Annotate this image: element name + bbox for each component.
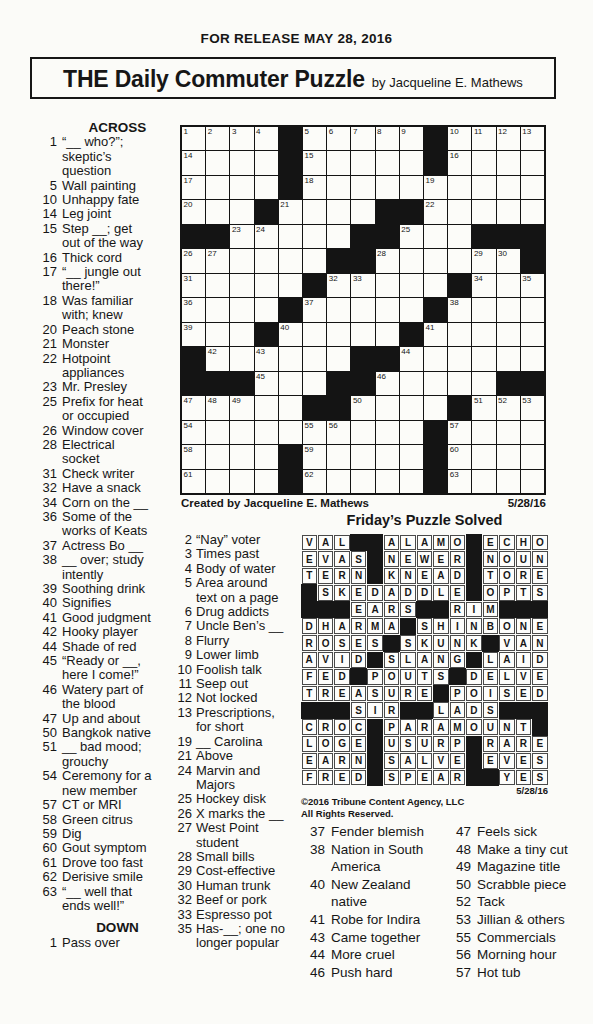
cell-r4c8[interactable] (351, 200, 374, 223)
clue-number: 25 (174, 792, 196, 806)
cell-r7c14[interactable] (497, 274, 520, 297)
clue-number: 40 (300, 876, 331, 911)
cell-r9c12[interactable] (448, 323, 471, 346)
solved-cell-r11c6: R (384, 702, 399, 718)
cell-r3c10[interactable] (400, 176, 423, 199)
cell-r7c3[interactable] (230, 274, 253, 297)
clue-14: 14Leg joint (33, 207, 180, 221)
solved-cell-r6c9: H (433, 618, 448, 634)
solved-block-r11c7 (400, 702, 416, 719)
cell-r10c11[interactable] (424, 347, 447, 370)
clue-59: 59Dig (33, 827, 180, 841)
solved-cell-r12c12: U (483, 719, 498, 735)
cell-r10c14[interactable] (497, 347, 520, 370)
cell-r10c15[interactable] (521, 347, 544, 370)
cell-r7c5[interactable] (279, 274, 302, 297)
cell-r8c14[interactable] (497, 298, 520, 321)
cell-r4c2[interactable] (206, 200, 229, 223)
cell-r10c13[interactable] (472, 347, 495, 370)
cell-r15c1[interactable]: 61 (182, 470, 205, 493)
cell-r5c11[interactable] (424, 225, 447, 248)
cell-r9c11[interactable]: 41 (424, 323, 447, 346)
solved-cell-r10c6: U (384, 686, 399, 702)
solved-cell-r3c9: A (433, 568, 448, 584)
cell-number: 59 (305, 445, 314, 455)
cell-r6c3[interactable] (230, 249, 253, 272)
cell-r12c2[interactable]: 48 (206, 396, 229, 419)
cell-r2c13[interactable] (472, 151, 495, 174)
clue-number: 51 (33, 740, 62, 769)
cell-r4c7[interactable] (327, 200, 350, 223)
cell-r9c9[interactable] (376, 323, 399, 346)
solved-cell-r14c14: E (516, 753, 531, 769)
cell-r13c7[interactable]: 56 (327, 421, 350, 444)
cell-number: 60 (450, 445, 459, 455)
cell-r13c5[interactable] (279, 421, 302, 444)
cell-r6c4[interactable] (255, 249, 278, 272)
clue-number: 58 (33, 813, 62, 827)
cell-r15c9[interactable] (376, 470, 399, 493)
cell-r3c11[interactable]: 19 (424, 176, 447, 199)
cell-r3c2[interactable] (206, 176, 229, 199)
cell-r2c6[interactable]: 15 (303, 151, 326, 174)
block-cell-r6c8 (351, 249, 374, 272)
cell-r1c14[interactable]: 12 (497, 127, 520, 150)
clue-19: 19__ Carolina (174, 735, 305, 749)
cell-number: 54 (184, 421, 193, 431)
cell-number: 9 (401, 127, 405, 137)
cell-r14c3[interactable] (230, 445, 253, 468)
cell-r2c12[interactable]: 16 (448, 151, 471, 174)
solved-cell-r14c15: S (532, 753, 547, 769)
cell-r10c2[interactable]: 42 (206, 347, 229, 370)
cell-r15c14[interactable] (497, 470, 520, 493)
clue-7: 7Uncle Ben’s __ (174, 619, 305, 633)
cell-r8c13[interactable] (472, 298, 495, 321)
solved-cell-r1c2: A (318, 535, 333, 551)
solved-cell-r4c15: S (532, 585, 547, 601)
solved-cell-r14c8: L (417, 753, 432, 769)
cell-r8c2[interactable] (206, 298, 229, 321)
cell-r8c6[interactable]: 37 (303, 298, 326, 321)
cell-r12c15[interactable]: 53 (521, 396, 544, 419)
solved-block-r7c6 (383, 635, 399, 652)
cell-r7c7[interactable]: 32 (327, 274, 350, 297)
cell-r7c4[interactable] (255, 274, 278, 297)
cell-r9c2[interactable] (206, 323, 229, 346)
cell-r14c2[interactable] (206, 445, 229, 468)
cell-r13c15[interactable] (521, 421, 544, 444)
cell-r5c3[interactable]: 23 (230, 225, 253, 248)
clue-text: Was familiar with; knew (62, 294, 133, 323)
cell-r11c9[interactable]: 46 (376, 372, 399, 395)
cell-r7c1[interactable]: 31 (182, 274, 205, 297)
clue-number: 44 (33, 640, 62, 654)
cell-r15c6[interactable]: 62 (303, 470, 326, 493)
clue-number: 46 (300, 964, 331, 982)
clue-text: Drove too fast (62, 856, 143, 870)
cell-r9c1[interactable]: 39 (182, 323, 205, 346)
cell-r2c7[interactable] (327, 151, 350, 174)
solved-cell-r13c13: A (499, 736, 514, 752)
cell-r1c12[interactable]: 10 (448, 127, 471, 150)
cell-number: 40 (280, 323, 289, 333)
cell-r13c12[interactable]: 57 (448, 421, 471, 444)
cell-number: 8 (377, 127, 381, 137)
cell-r3c9[interactable] (376, 176, 399, 199)
cell-r5c4[interactable]: 24 (255, 225, 278, 248)
cell-r12c14[interactable]: 52 (497, 396, 520, 419)
block-cell-r4c10 (400, 200, 423, 223)
cell-r3c15[interactable] (521, 176, 544, 199)
block-cell-r6c7 (327, 249, 350, 272)
cell-r8c15[interactable] (521, 298, 544, 321)
clue-number: 25 (33, 395, 62, 424)
cell-r3c12[interactable] (448, 176, 471, 199)
clue-25: 25Prefix for heat or occupied (33, 395, 180, 424)
cell-r10c12[interactable] (448, 347, 471, 370)
cell-r6c12[interactable] (448, 249, 471, 272)
clue-text: Watery part of the blood (62, 683, 143, 712)
cell-r4c13[interactable] (472, 200, 495, 223)
cell-r6c2[interactable]: 27 (206, 249, 229, 272)
cell-r5c10[interactable]: 25 (400, 225, 423, 248)
cell-r8c3[interactable] (230, 298, 253, 321)
cell-r12c9[interactable] (376, 396, 399, 419)
cell-r15c8[interactable] (351, 470, 374, 493)
cell-r2c1[interactable]: 14 (182, 151, 205, 174)
cell-r1c15[interactable]: 13 (521, 127, 544, 150)
solved-cell-r7c3: S (334, 635, 349, 651)
solved-cell-r9c1: F (302, 669, 317, 685)
cell-r9c14[interactable] (497, 323, 520, 346)
cell-number: 27 (208, 249, 217, 259)
cell-r15c3[interactable] (230, 470, 253, 493)
solved-cell-r14c6: S (384, 753, 399, 769)
cell-r8c7[interactable] (327, 298, 350, 321)
cell-r7c15[interactable]: 35 (521, 274, 544, 297)
cell-r13c6[interactable]: 55 (303, 421, 326, 444)
cell-r2c10[interactable] (400, 151, 423, 174)
cell-r14c9[interactable] (376, 445, 399, 468)
clue-26: 26X marks the __ (174, 807, 305, 821)
solved-cell-r9c2: E (318, 669, 333, 685)
solved-crossword-grid: VALALAMOECHOEVASNEWERNOUNTERNKNEADTORESK… (301, 534, 548, 786)
solved-cell-r3c3: R (334, 568, 349, 584)
clue-62: 62Derisive smile (33, 870, 180, 884)
solved-block-r4c11 (466, 584, 482, 601)
clue-40: 40New Zealand native (300, 876, 444, 911)
cell-r8c9[interactable] (376, 298, 399, 321)
cell-r8c1[interactable]: 36 (182, 298, 205, 321)
cell-r9c5[interactable]: 40 (279, 323, 302, 346)
cell-r3c1[interactable]: 17 (182, 176, 205, 199)
cell-r4c12[interactable] (448, 200, 471, 223)
cell-r4c1[interactable]: 20 (182, 200, 205, 223)
clue-number: 42 (33, 625, 62, 639)
clue-number: 11 (174, 677, 196, 691)
cell-r5c6[interactable] (303, 225, 326, 248)
cell-r2c4[interactable] (255, 151, 278, 174)
cell-number: 32 (329, 274, 338, 284)
cell-r13c13[interactable] (472, 421, 495, 444)
cell-r13c4[interactable] (255, 421, 278, 444)
cell-r7c2[interactable] (206, 274, 229, 297)
cell-number: 37 (305, 298, 314, 308)
cell-r13c10[interactable] (400, 421, 423, 444)
cell-r14c7[interactable] (327, 445, 350, 468)
solved-cell-r4c4: E (351, 585, 366, 601)
cell-r1c8[interactable]: 7 (351, 127, 374, 150)
block-cell-r5c14 (497, 225, 520, 248)
cell-r14c13[interactable] (472, 445, 495, 468)
cell-r6c6[interactable] (303, 249, 326, 272)
cell-r11c4[interactable]: 45 (255, 372, 278, 395)
solved-cell-r15c3: E (334, 770, 349, 786)
cell-r7c10[interactable] (400, 274, 423, 297)
cell-r1c3[interactable]: 3 (230, 127, 253, 150)
cell-r12c1[interactable]: 47 (182, 396, 205, 419)
cell-r10c10[interactable]: 44 (400, 347, 423, 370)
clue-number: 45 (33, 654, 62, 683)
clue-text: Up and about (62, 712, 140, 726)
solved-block-r8c11 (466, 652, 482, 669)
solved-cell-r14c12: E (483, 753, 498, 769)
clue-text: Came together (331, 929, 420, 947)
cell-r10c4[interactable]: 43 (255, 347, 278, 370)
cell-r4c15[interactable] (521, 200, 544, 223)
cell-number: 23 (232, 225, 241, 235)
cell-r13c2[interactable] (206, 421, 229, 444)
solved-block-r4c1 (301, 584, 317, 601)
cell-r8c10[interactable] (400, 298, 423, 321)
cell-r3c6[interactable]: 18 (303, 176, 326, 199)
clue-57: 57CT or MRI (33, 798, 180, 812)
cell-r14c15[interactable] (521, 445, 544, 468)
cell-r12c10[interactable] (400, 396, 423, 419)
cell-r3c13[interactable] (472, 176, 495, 199)
solved-cell-r14c7: A (400, 753, 415, 769)
clue-text: Have a snack (62, 481, 141, 495)
clue-50: 50Scrabble piece (446, 876, 592, 894)
cell-r15c2[interactable] (206, 470, 229, 493)
cell-r14c12[interactable]: 60 (448, 445, 471, 468)
cell-r7c9[interactable] (376, 274, 399, 297)
clue-text: Espresso pot (196, 908, 272, 922)
puzzle-date: 5/28/16 (508, 497, 546, 509)
clue-35: 35Has-__; one no longer popular (174, 922, 305, 951)
cell-r11c13[interactable] (472, 372, 495, 395)
cell-r15c13[interactable] (472, 470, 495, 493)
cell-number: 58 (184, 445, 193, 455)
cell-r14c6[interactable]: 59 (303, 445, 326, 468)
solved-cell-r9c3: D (334, 669, 349, 685)
solved-cell-r3c10: D (450, 568, 465, 584)
cell-r7c13[interactable]: 34 (472, 274, 495, 297)
cell-r10c6[interactable] (303, 347, 326, 370)
cell-r6c1[interactable]: 26 (182, 249, 205, 272)
cell-r1c4[interactable]: 4 (255, 127, 278, 150)
clue-number: 56 (446, 946, 477, 964)
cell-r2c15[interactable] (521, 151, 544, 174)
block-cell-r3c5 (279, 176, 302, 199)
cell-r2c2[interactable] (206, 151, 229, 174)
cell-r15c4[interactable] (255, 470, 278, 493)
cell-number: 39 (184, 323, 193, 333)
clue-number: 52 (446, 893, 477, 911)
cell-r12c5[interactable] (279, 396, 302, 419)
cell-r15c12[interactable]: 63 (448, 470, 471, 493)
solved-cell-r11c11: D (466, 702, 481, 718)
cell-r10c3[interactable] (230, 347, 253, 370)
cell-r13c9[interactable] (376, 421, 399, 444)
cell-r9c6[interactable] (303, 323, 326, 346)
cell-r3c7[interactable] (327, 176, 350, 199)
cell-r4c11[interactable]: 22 (424, 200, 447, 223)
cell-r3c3[interactable] (230, 176, 253, 199)
solved-cell-r3c14: R (516, 568, 531, 584)
solved-cell-r2c10: R (450, 551, 465, 567)
clue-43: 43Came together (300, 929, 444, 947)
solved-block-r13c5 (367, 736, 383, 753)
clue-55: 55Commercials (446, 929, 592, 947)
clue-54: 54Ceremony for a new member (33, 769, 180, 798)
cell-r8c8[interactable] (351, 298, 374, 321)
solved-cell-r7c2: O (318, 635, 333, 651)
cell-r3c8[interactable] (351, 176, 374, 199)
solved-cell-r3c1: T (302, 568, 317, 584)
cell-r7c11[interactable] (424, 274, 447, 297)
solved-block-r10c9 (433, 685, 449, 702)
solved-cell-r12c13: N (499, 719, 514, 735)
cell-r14c1[interactable]: 58 (182, 445, 205, 468)
solved-cell-r4c3: K (334, 585, 349, 601)
solved-cell-r1c13: C (499, 535, 514, 551)
cell-r12c8[interactable]: 50 (351, 396, 374, 419)
clue-text: Peach stone (62, 323, 134, 337)
solved-cell-r9c9: S (433, 669, 448, 685)
cell-r14c14[interactable] (497, 445, 520, 468)
cell-r12c13[interactable]: 51 (472, 396, 495, 419)
cell-r13c8[interactable] (351, 421, 374, 444)
cell-number: 25 (401, 225, 410, 235)
cell-r9c15[interactable] (521, 323, 544, 346)
cell-r1c6[interactable]: 5 (303, 127, 326, 150)
cell-r11c5[interactable] (279, 372, 302, 395)
cell-r5c12[interactable] (448, 225, 471, 248)
cell-r3c14[interactable] (497, 176, 520, 199)
cell-r8c12[interactable]: 38 (448, 298, 471, 321)
cell-r2c8[interactable] (351, 151, 374, 174)
cell-r12c3[interactable]: 49 (230, 396, 253, 419)
cell-r6c14[interactable]: 30 (497, 249, 520, 272)
clue-text: Area around text on a page (196, 576, 278, 605)
clue-21: 21Above (174, 749, 305, 763)
solved-cell-r9c15: E (532, 669, 547, 685)
cell-r9c8[interactable] (351, 323, 374, 346)
cell-r10c5[interactable] (279, 347, 302, 370)
cell-r14c8[interactable] (351, 445, 374, 468)
cell-r13c1[interactable]: 54 (182, 421, 205, 444)
clue-text: Derisive smile (62, 870, 143, 884)
cell-r11c11[interactable] (424, 372, 447, 395)
cell-r2c14[interactable] (497, 151, 520, 174)
clue-number: 12 (174, 691, 196, 705)
cell-r5c5[interactable] (279, 225, 302, 248)
cell-r15c10[interactable] (400, 470, 423, 493)
cell-r1c1[interactable]: 1 (182, 127, 205, 150)
cell-r5c7[interactable] (327, 225, 350, 248)
clue-number: 14 (33, 207, 62, 221)
clue-text: Lower limb (196, 648, 259, 662)
cell-r15c7[interactable] (327, 470, 350, 493)
clue-text: Good judgment (62, 611, 151, 625)
cell-r12c11[interactable] (424, 396, 447, 419)
cell-r14c10[interactable] (400, 445, 423, 468)
cell-r11c6[interactable] (303, 372, 326, 395)
across-header: ACROSS (33, 121, 180, 135)
cell-r8c4[interactable] (255, 298, 278, 321)
solved-cell-r12c11: O (466, 719, 481, 735)
cell-r9c3[interactable] (230, 323, 253, 346)
cell-r6c5[interactable] (279, 249, 302, 272)
cell-r1c10[interactable]: 9 (400, 127, 423, 150)
clue-31: 31Check writer (33, 467, 180, 481)
cell-r1c7[interactable]: 6 (327, 127, 350, 150)
down-clue-list-col1: 1Pass over (33, 936, 180, 950)
cell-r14c4[interactable] (255, 445, 278, 468)
cell-r6c10[interactable] (400, 249, 423, 272)
cell-r4c3[interactable] (230, 200, 253, 223)
cell-r13c14[interactable] (497, 421, 520, 444)
cell-r9c7[interactable] (327, 323, 350, 346)
cell-r1c13[interactable]: 11 (472, 127, 495, 150)
clue-text: Push hard (331, 964, 393, 982)
cell-r3c4[interactable] (255, 176, 278, 199)
cell-r11c12[interactable] (448, 372, 471, 395)
solved-cell-r12c9: A (433, 719, 448, 735)
cell-r1c9[interactable]: 8 (376, 127, 399, 150)
cell-r6c9[interactable]: 28 (376, 249, 399, 272)
cell-r6c11[interactable] (424, 249, 447, 272)
cell-r7c8[interactable]: 33 (351, 274, 374, 297)
solved-cell-r13c1: L (302, 736, 317, 752)
cell-r2c9[interactable] (376, 151, 399, 174)
cell-r1c2[interactable]: 2 (206, 127, 229, 150)
solved-cell-r14c3: R (334, 753, 349, 769)
cell-r2c3[interactable] (230, 151, 253, 174)
solved-cell-r5c7: S (400, 602, 415, 618)
cell-r13c3[interactable] (230, 421, 253, 444)
cell-r12c4[interactable] (255, 396, 278, 419)
solved-cell-r6c8: S (417, 618, 432, 634)
cell-number: 42 (208, 347, 217, 357)
clue-number: 34 (33, 496, 62, 510)
cell-r11c10[interactable] (400, 372, 423, 395)
cell-r4c14[interactable] (497, 200, 520, 223)
cell-r10c7[interactable] (327, 347, 350, 370)
cell-r6c13[interactable]: 29 (472, 249, 495, 272)
cell-r4c6[interactable] (303, 200, 326, 223)
bottom-right-clue-column-b: 47Feels sick48Make a tiny cut49Magazine … (446, 823, 592, 981)
cell-r9c13[interactable] (472, 323, 495, 346)
solved-cell-r3c6: K (384, 568, 399, 584)
block-cell-r11c15 (521, 372, 544, 395)
cell-r4c5[interactable]: 21 (279, 200, 302, 223)
clue-29: 29Cost-effective (174, 864, 305, 878)
cell-r15c15[interactable] (521, 470, 544, 493)
clue-text: Magazine title (477, 858, 560, 876)
